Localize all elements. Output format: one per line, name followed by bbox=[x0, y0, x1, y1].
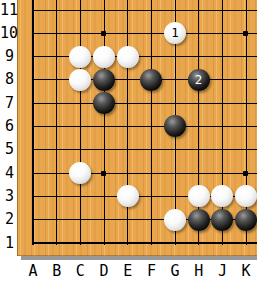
point-H11[interactable] bbox=[187, 0, 211, 22]
point-B10[interactable] bbox=[45, 22, 69, 45]
point-A1[interactable] bbox=[21, 231, 45, 254]
move-number-label: 1 bbox=[171, 27, 179, 40]
point-K3[interactable] bbox=[234, 185, 257, 208]
point-B4[interactable] bbox=[45, 161, 69, 184]
point-C7[interactable] bbox=[69, 92, 93, 115]
point-K9[interactable] bbox=[234, 45, 257, 68]
point-E10[interactable] bbox=[116, 22, 140, 45]
star-point-K10 bbox=[243, 31, 248, 36]
point-H8[interactable]: 2 bbox=[187, 68, 211, 91]
point-F4[interactable] bbox=[139, 161, 163, 184]
point-C3[interactable] bbox=[69, 185, 93, 208]
point-J2[interactable] bbox=[210, 208, 234, 231]
point-J5[interactable] bbox=[210, 138, 234, 161]
point-J8[interactable] bbox=[210, 68, 234, 91]
stone-black-H8[interactable]: 2 bbox=[188, 69, 210, 91]
point-B9[interactable] bbox=[45, 45, 69, 68]
point-A11[interactable] bbox=[21, 0, 45, 22]
col-label-A: A bbox=[23, 264, 43, 279]
stone-white-G2[interactable] bbox=[164, 209, 186, 231]
point-A6[interactable] bbox=[21, 115, 45, 138]
point-G3[interactable] bbox=[163, 185, 187, 208]
point-H5[interactable] bbox=[187, 138, 211, 161]
point-K4[interactable] bbox=[234, 161, 257, 184]
point-E8[interactable] bbox=[116, 68, 140, 91]
point-B11[interactable] bbox=[45, 0, 69, 22]
point-F1[interactable] bbox=[139, 231, 163, 254]
col-label-F: F bbox=[141, 264, 161, 279]
point-A7[interactable] bbox=[21, 92, 45, 115]
point-K8[interactable] bbox=[234, 68, 257, 91]
stone-white-C8[interactable] bbox=[69, 69, 91, 91]
point-K2[interactable] bbox=[234, 208, 257, 231]
point-C1[interactable] bbox=[69, 231, 93, 254]
point-G9[interactable] bbox=[163, 45, 187, 68]
point-C2[interactable] bbox=[69, 208, 93, 231]
point-A8[interactable] bbox=[21, 68, 45, 91]
star-point-K4 bbox=[243, 171, 248, 176]
point-C11[interactable] bbox=[69, 0, 93, 22]
point-E5[interactable] bbox=[116, 138, 140, 161]
point-B1[interactable] bbox=[45, 231, 69, 254]
col-label-K: K bbox=[236, 264, 256, 279]
col-label-B: B bbox=[47, 264, 67, 279]
point-E3[interactable] bbox=[116, 185, 140, 208]
go-diagram: 12 1110987654321 ABCDEFGHJK bbox=[0, 0, 257, 284]
stone-white-D9[interactable] bbox=[93, 46, 115, 68]
board-grid: 12 bbox=[21, 0, 257, 255]
point-B2[interactable] bbox=[45, 208, 69, 231]
row-label-6: 6 bbox=[0, 119, 14, 134]
point-B3[interactable] bbox=[45, 185, 69, 208]
point-F2[interactable] bbox=[139, 208, 163, 231]
col-label-E: E bbox=[118, 264, 138, 279]
row-label-10: 10 bbox=[0, 26, 14, 41]
point-A2[interactable] bbox=[21, 208, 45, 231]
col-label-J: J bbox=[212, 264, 232, 279]
point-C4[interactable] bbox=[69, 161, 93, 184]
stone-black-F8[interactable] bbox=[140, 69, 162, 91]
point-G10[interactable]: 1 bbox=[163, 22, 187, 45]
point-D8[interactable] bbox=[92, 68, 116, 91]
point-C10[interactable] bbox=[69, 22, 93, 45]
point-J11[interactable] bbox=[210, 0, 234, 22]
point-G11[interactable] bbox=[163, 0, 187, 22]
move-number-label: 2 bbox=[195, 74, 203, 87]
point-E7[interactable] bbox=[116, 92, 140, 115]
point-D10[interactable] bbox=[92, 22, 116, 45]
point-E9[interactable] bbox=[116, 45, 140, 68]
point-D7[interactable] bbox=[92, 92, 116, 115]
point-D4[interactable] bbox=[92, 161, 116, 184]
point-D2[interactable] bbox=[92, 208, 116, 231]
point-K1[interactable] bbox=[234, 231, 257, 254]
point-B5[interactable] bbox=[45, 138, 69, 161]
point-H6[interactable] bbox=[187, 115, 211, 138]
point-E2[interactable] bbox=[116, 208, 140, 231]
stone-white-K3[interactable] bbox=[235, 185, 257, 207]
point-G5[interactable] bbox=[163, 138, 187, 161]
col-label-C: C bbox=[70, 264, 90, 279]
point-G4[interactable] bbox=[163, 161, 187, 184]
point-E11[interactable] bbox=[116, 0, 140, 22]
point-C9[interactable] bbox=[69, 45, 93, 68]
point-K5[interactable] bbox=[234, 138, 257, 161]
stone-white-E9[interactable] bbox=[117, 46, 139, 68]
point-H1[interactable] bbox=[187, 231, 211, 254]
row-label-3: 3 bbox=[0, 189, 14, 204]
point-H7[interactable] bbox=[187, 92, 211, 115]
point-K11[interactable] bbox=[234, 0, 257, 22]
point-J3[interactable] bbox=[210, 185, 234, 208]
point-J9[interactable] bbox=[210, 45, 234, 68]
star-point-D10 bbox=[101, 31, 106, 36]
point-D5[interactable] bbox=[92, 138, 116, 161]
point-F10[interactable] bbox=[139, 22, 163, 45]
point-J7[interactable] bbox=[210, 92, 234, 115]
col-label-H: H bbox=[189, 264, 209, 279]
point-F5[interactable] bbox=[139, 138, 163, 161]
point-H9[interactable] bbox=[187, 45, 211, 68]
point-A10[interactable] bbox=[21, 22, 45, 45]
point-K10[interactable] bbox=[234, 22, 257, 45]
point-D1[interactable] bbox=[92, 231, 116, 254]
point-A9[interactable] bbox=[21, 45, 45, 68]
row-label-5: 5 bbox=[0, 142, 14, 157]
stone-white-C4[interactable] bbox=[69, 162, 91, 184]
stone-black-J2[interactable] bbox=[211, 209, 233, 231]
go-board: 12 bbox=[17, 0, 257, 256]
point-F3[interactable] bbox=[139, 185, 163, 208]
point-C5[interactable] bbox=[69, 138, 93, 161]
stone-white-G10[interactable]: 1 bbox=[164, 22, 186, 44]
stone-black-D8[interactable] bbox=[93, 69, 115, 91]
star-point-D4 bbox=[101, 171, 106, 176]
point-F7[interactable] bbox=[139, 92, 163, 115]
point-C8[interactable] bbox=[69, 68, 93, 91]
point-B7[interactable] bbox=[45, 92, 69, 115]
point-D11[interactable] bbox=[92, 0, 116, 22]
point-D9[interactable] bbox=[92, 45, 116, 68]
row-label-8: 8 bbox=[0, 72, 14, 87]
stone-black-K2[interactable] bbox=[235, 209, 257, 231]
stone-white-C9[interactable] bbox=[69, 46, 91, 68]
row-label-1: 1 bbox=[0, 236, 14, 251]
row-label-11: 11 bbox=[0, 3, 14, 18]
point-D6[interactable] bbox=[92, 115, 116, 138]
point-E4[interactable] bbox=[116, 161, 140, 184]
point-F6[interactable] bbox=[139, 115, 163, 138]
row-label-9: 9 bbox=[0, 49, 14, 64]
col-label-D: D bbox=[94, 264, 114, 279]
point-F11[interactable] bbox=[139, 0, 163, 22]
point-G8[interactable] bbox=[163, 68, 187, 91]
point-K6[interactable] bbox=[234, 115, 257, 138]
board-shadow bbox=[21, 256, 257, 260]
point-H2[interactable] bbox=[187, 208, 211, 231]
stone-black-D7[interactable] bbox=[93, 92, 115, 114]
point-D3[interactable] bbox=[92, 185, 116, 208]
point-G6[interactable] bbox=[163, 115, 187, 138]
point-A5[interactable] bbox=[21, 138, 45, 161]
point-H4[interactable] bbox=[187, 161, 211, 184]
point-H3[interactable] bbox=[187, 185, 211, 208]
point-E6[interactable] bbox=[116, 115, 140, 138]
point-F9[interactable] bbox=[139, 45, 163, 68]
point-J6[interactable] bbox=[210, 115, 234, 138]
point-J10[interactable] bbox=[210, 22, 234, 45]
point-B6[interactable] bbox=[45, 115, 69, 138]
row-label-2: 2 bbox=[0, 212, 14, 227]
point-G1[interactable] bbox=[163, 231, 187, 254]
stone-white-E3[interactable] bbox=[117, 185, 139, 207]
point-B8[interactable] bbox=[45, 68, 69, 91]
stone-white-H3[interactable] bbox=[188, 185, 210, 207]
point-G2[interactable] bbox=[163, 208, 187, 231]
point-F8[interactable] bbox=[139, 68, 163, 91]
point-H10[interactable] bbox=[187, 22, 211, 45]
col-label-G: G bbox=[165, 264, 185, 279]
stone-white-J3[interactable] bbox=[211, 185, 233, 207]
point-J4[interactable] bbox=[210, 161, 234, 184]
stone-black-H2[interactable] bbox=[188, 209, 210, 231]
stone-black-G6[interactable] bbox=[164, 115, 186, 137]
row-label-4: 4 bbox=[0, 166, 14, 181]
point-J1[interactable] bbox=[210, 231, 234, 254]
point-A3[interactable] bbox=[21, 185, 45, 208]
point-E1[interactable] bbox=[116, 231, 140, 254]
point-G7[interactable] bbox=[163, 92, 187, 115]
point-C6[interactable] bbox=[69, 115, 93, 138]
point-K7[interactable] bbox=[234, 92, 257, 115]
row-label-7: 7 bbox=[0, 96, 14, 111]
point-A4[interactable] bbox=[21, 161, 45, 184]
